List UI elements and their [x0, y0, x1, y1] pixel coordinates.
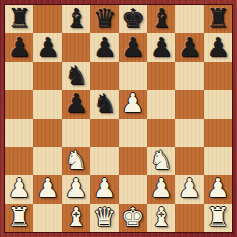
square-e2[interactable] — [119, 175, 147, 203]
square-b7[interactable]: ♟ — [33, 33, 61, 61]
square-a3[interactable] — [5, 147, 33, 175]
black-knight[interactable]: ♞ — [64, 62, 87, 88]
square-g7[interactable]: ♟ — [175, 33, 203, 61]
square-b4[interactable] — [33, 119, 61, 147]
square-f2[interactable]: ♟ — [147, 175, 175, 203]
square-d8[interactable]: ♛ — [90, 5, 118, 33]
white-pawn[interactable]: ♟ — [149, 175, 172, 201]
square-f3[interactable]: ♞ — [147, 147, 175, 175]
square-h5[interactable] — [204, 90, 232, 118]
square-h7[interactable]: ♟ — [204, 33, 232, 61]
white-queen[interactable]: ♛ — [93, 204, 116, 230]
black-pawn[interactable]: ♟ — [178, 34, 201, 60]
black-queen[interactable]: ♛ — [93, 5, 116, 31]
square-b2[interactable]: ♟ — [33, 175, 61, 203]
white-knight[interactable]: ♞ — [149, 147, 172, 173]
square-g1[interactable] — [175, 204, 203, 232]
square-b1[interactable] — [33, 204, 61, 232]
square-h3[interactable] — [204, 147, 232, 175]
white-bishop[interactable]: ♝ — [149, 204, 172, 230]
white-pawn[interactable]: ♟ — [8, 175, 31, 201]
black-king[interactable]: ♚ — [121, 5, 144, 31]
square-a8[interactable]: ♜ — [5, 5, 33, 33]
square-c3[interactable]: ♞ — [62, 147, 90, 175]
black-pawn[interactable]: ♟ — [206, 34, 229, 60]
white-rook[interactable]: ♜ — [8, 204, 31, 230]
black-bishop[interactable]: ♝ — [64, 5, 87, 31]
square-g6[interactable] — [175, 62, 203, 90]
black-pawn[interactable]: ♟ — [121, 34, 144, 60]
square-f8[interactable]: ♝ — [147, 5, 175, 33]
square-e4[interactable] — [119, 119, 147, 147]
square-h1[interactable]: ♜ — [204, 204, 232, 232]
black-rook[interactable]: ♜ — [8, 5, 31, 31]
square-a1[interactable]: ♜ — [5, 204, 33, 232]
white-knight[interactable]: ♞ — [64, 147, 87, 173]
white-rook[interactable]: ♜ — [206, 204, 229, 230]
square-c2[interactable]: ♟ — [62, 175, 90, 203]
square-g8[interactable] — [175, 5, 203, 33]
square-b3[interactable] — [33, 147, 61, 175]
square-e3[interactable] — [119, 147, 147, 175]
square-e8[interactable]: ♚ — [119, 5, 147, 33]
square-e5[interactable]: ♟ — [119, 90, 147, 118]
square-f7[interactable]: ♟ — [147, 33, 175, 61]
square-a5[interactable] — [5, 90, 33, 118]
square-c4[interactable] — [62, 119, 90, 147]
black-pawn[interactable]: ♟ — [93, 34, 116, 60]
square-f5[interactable] — [147, 90, 175, 118]
square-e7[interactable]: ♟ — [119, 33, 147, 61]
square-e6[interactable] — [119, 62, 147, 90]
square-h6[interactable] — [204, 62, 232, 90]
square-a2[interactable]: ♟ — [5, 175, 33, 203]
square-b5[interactable] — [33, 90, 61, 118]
square-h2[interactable]: ♟ — [204, 175, 232, 203]
black-knight[interactable]: ♞ — [93, 90, 116, 116]
black-rook[interactable]: ♜ — [206, 5, 229, 31]
white-pawn[interactable]: ♟ — [64, 175, 87, 201]
square-f6[interactable] — [147, 62, 175, 90]
black-pawn[interactable]: ♟ — [64, 90, 87, 116]
square-e1[interactable]: ♚ — [119, 204, 147, 232]
square-c1[interactable]: ♝ — [62, 204, 90, 232]
square-h4[interactable] — [204, 119, 232, 147]
square-d7[interactable]: ♟ — [90, 33, 118, 61]
square-f1[interactable]: ♝ — [147, 204, 175, 232]
black-bishop[interactable]: ♝ — [149, 5, 172, 31]
black-pawn[interactable]: ♟ — [8, 34, 31, 60]
square-d5[interactable]: ♞ — [90, 90, 118, 118]
square-d1[interactable]: ♛ — [90, 204, 118, 232]
chess-board: ♜♝♛♚♝♜♟♟♟♟♟♟♟♞♟♞♟♞♞♟♟♟♟♟♟♟♜♝♛♚♝♜ — [5, 5, 232, 232]
square-c7[interactable] — [62, 33, 90, 61]
square-c8[interactable]: ♝ — [62, 5, 90, 33]
square-b6[interactable] — [33, 62, 61, 90]
white-pawn[interactable]: ♟ — [206, 175, 229, 201]
square-g5[interactable] — [175, 90, 203, 118]
square-g4[interactable] — [175, 119, 203, 147]
square-g3[interactable] — [175, 147, 203, 175]
square-d2[interactable]: ♟ — [90, 175, 118, 203]
board-frame: ♜♝♛♚♝♜♟♟♟♟♟♟♟♞♟♞♟♞♞♟♟♟♟♟♟♟♜♝♛♚♝♜ — [0, 0, 237, 237]
square-d4[interactable] — [90, 119, 118, 147]
square-c5[interactable]: ♟ — [62, 90, 90, 118]
white-bishop[interactable]: ♝ — [64, 204, 87, 230]
black-pawn[interactable]: ♟ — [149, 34, 172, 60]
square-c6[interactable]: ♞ — [62, 62, 90, 90]
square-h8[interactable]: ♜ — [204, 5, 232, 33]
white-pawn[interactable]: ♟ — [178, 175, 201, 201]
black-pawn[interactable]: ♟ — [36, 34, 59, 60]
white-king[interactable]: ♚ — [121, 204, 144, 230]
white-pawn[interactable]: ♟ — [36, 175, 59, 201]
square-d6[interactable] — [90, 62, 118, 90]
white-pawn[interactable]: ♟ — [93, 175, 116, 201]
square-f4[interactable] — [147, 119, 175, 147]
square-d3[interactable] — [90, 147, 118, 175]
square-a6[interactable] — [5, 62, 33, 90]
square-b8[interactable] — [33, 5, 61, 33]
square-g2[interactable]: ♟ — [175, 175, 203, 203]
square-a4[interactable] — [5, 119, 33, 147]
square-a7[interactable]: ♟ — [5, 33, 33, 61]
white-pawn[interactable]: ♟ — [121, 90, 144, 116]
